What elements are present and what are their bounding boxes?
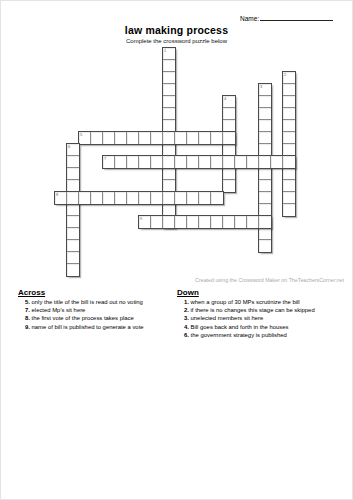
grid-cell-r11-c19[interactable] bbox=[283, 180, 295, 192]
grid-cell-r12-c10[interactable] bbox=[175, 192, 187, 204]
grid-cell-r4-c9[interactable] bbox=[163, 96, 175, 108]
grid-cell-r7-c14[interactable] bbox=[223, 132, 235, 144]
grid-cell-r9-c5[interactable] bbox=[115, 156, 127, 168]
grid-cell-r6-c19[interactable] bbox=[283, 120, 295, 132]
grid-cell-r12-c1[interactable] bbox=[67, 192, 79, 204]
grid-cell-r5-c17[interactable] bbox=[259, 108, 271, 120]
cell-number-5: 5 bbox=[80, 133, 82, 137]
across-header: Across bbox=[18, 288, 173, 298]
grid-cell-r7-c6[interactable] bbox=[127, 132, 139, 144]
word-5-across bbox=[78, 131, 236, 145]
down-clue-list: 1. when a group of 30 MPs scrutinize the… bbox=[177, 298, 349, 339]
page-title: law making process bbox=[0, 24, 353, 36]
cell-number-3: 3 bbox=[260, 85, 262, 89]
grid-cell-r9-c11[interactable] bbox=[187, 156, 199, 168]
grid-cell-r9-c19[interactable] bbox=[283, 156, 295, 168]
grid-cell-r7-c13[interactable] bbox=[211, 132, 223, 144]
grid-cell-r12-c19[interactable] bbox=[283, 192, 295, 204]
clue-item-down-1: 1. when a group of 30 MPs scrutinize the… bbox=[177, 298, 349, 306]
cell-number-9: 9 bbox=[140, 217, 142, 221]
word-7-across bbox=[102, 155, 296, 169]
grid-cell-r12-c8[interactable] bbox=[151, 192, 163, 204]
grid-cell-r16-c1[interactable] bbox=[67, 240, 79, 252]
grid-cell-r12-c4[interactable] bbox=[103, 192, 115, 204]
grid-cell-r4-c17[interactable] bbox=[259, 96, 271, 108]
grid-cell-r5-c14[interactable] bbox=[223, 108, 235, 120]
worksheet-page: Name: law making process Complete the cr… bbox=[0, 0, 353, 500]
grid-cell-r9-c12[interactable] bbox=[199, 156, 211, 168]
grid-cell-r9-c14[interactable] bbox=[223, 156, 235, 168]
grid-cell-r10-c19[interactable] bbox=[283, 168, 295, 180]
clue-item-down-6: 6. the government strategy is published bbox=[177, 331, 349, 339]
grid-cell-r14-c10[interactable] bbox=[175, 216, 187, 228]
grid-cell-r12-c12[interactable] bbox=[199, 192, 211, 204]
grid-cell-r14-c15[interactable] bbox=[235, 216, 247, 228]
clue-item-down-3: 3. unelected members sit here bbox=[177, 314, 349, 322]
grid-cell-r7-c19[interactable] bbox=[283, 132, 295, 144]
grid-cell-r12-c6[interactable] bbox=[127, 192, 139, 204]
grid-cell-r7-c17[interactable] bbox=[259, 132, 271, 144]
grid-cell-r12-c2[interactable] bbox=[79, 192, 91, 204]
cell-number-4: 4 bbox=[224, 97, 226, 101]
cell-number-8: 8 bbox=[56, 193, 58, 197]
down-clues-section: Down 1. when a group of 30 MPs scrutiniz… bbox=[177, 288, 349, 339]
clue-item-down-2: 2. if there is no changes this stage can… bbox=[177, 306, 349, 314]
clue-text: elected Mp's sit here bbox=[32, 307, 86, 313]
clue-text: when a group of 30 MPs scrutinize the bi… bbox=[191, 299, 300, 305]
grid-cell-r18-c1[interactable] bbox=[67, 264, 79, 276]
grid-cell-r9-c16[interactable] bbox=[247, 156, 259, 168]
grid-cell-r7-c7[interactable] bbox=[139, 132, 151, 144]
clue-text: only the title of the bill is read out n… bbox=[32, 299, 143, 305]
grid-cell-r10-c9[interactable] bbox=[163, 168, 175, 180]
grid-cell-r5-c19[interactable] bbox=[283, 108, 295, 120]
grid-cell-r14-c11[interactable] bbox=[187, 216, 199, 228]
grid-cell-r14-c17[interactable] bbox=[259, 216, 271, 228]
grid-cell-r12-c3[interactable] bbox=[91, 192, 103, 204]
grid-cell-r17-c1[interactable] bbox=[67, 252, 79, 264]
grid-cell-r7-c4[interactable] bbox=[103, 132, 115, 144]
grid-cell-r14-c9[interactable] bbox=[163, 216, 175, 228]
grid-cell-r14-c16[interactable] bbox=[247, 216, 259, 228]
clue-text: if there is no changes this stage can be… bbox=[191, 307, 315, 313]
grid-cell-r14-c1[interactable] bbox=[67, 216, 79, 228]
grid-cell-r13-c19[interactable] bbox=[283, 204, 295, 216]
page-subtitle: Complete the crossword puzzle below bbox=[0, 38, 353, 44]
clue-item-down-4: 4. Bill goes back and forth in the house… bbox=[177, 323, 349, 331]
grid-cell-r16-c17[interactable] bbox=[259, 240, 271, 252]
cell-number-2: 2 bbox=[284, 73, 286, 77]
grid-cell-r9-c1[interactable] bbox=[67, 156, 79, 168]
grid-cell-r7-c11[interactable] bbox=[187, 132, 199, 144]
grid-cell-r11-c17[interactable] bbox=[259, 180, 271, 192]
word-9-across bbox=[138, 215, 272, 229]
grid-cell-r9-c10[interactable] bbox=[175, 156, 187, 168]
grid-cell-r7-c5[interactable] bbox=[115, 132, 127, 144]
clue-item-across-5: 5. only the title of the bill is read ou… bbox=[18, 298, 173, 306]
grid-cell-r9-c17[interactable] bbox=[259, 156, 271, 168]
grid-cell-r2-c9[interactable] bbox=[163, 72, 175, 84]
grid-cell-r7-c8[interactable] bbox=[151, 132, 163, 144]
down-header: Down bbox=[177, 288, 349, 298]
clue-text: Bill goes back and forth in the houses bbox=[191, 324, 289, 330]
grid-cell-r3-c19[interactable] bbox=[283, 84, 295, 96]
grid-cell-r7-c12[interactable] bbox=[199, 132, 211, 144]
name-label: Name: bbox=[240, 15, 259, 22]
grid-cell-r7-c3[interactable] bbox=[91, 132, 103, 144]
grid-cell-r10-c17[interactable] bbox=[259, 168, 271, 180]
clue-text: unelected members sit here bbox=[191, 315, 264, 321]
grid-cell-r14-c8[interactable] bbox=[151, 216, 163, 228]
clue-text: name of bill is published to generate a … bbox=[32, 324, 144, 330]
clue-text: the first vote of the process takes plac… bbox=[32, 315, 134, 321]
grid-cell-r11-c14[interactable] bbox=[223, 180, 235, 192]
word-8-across bbox=[54, 191, 224, 205]
grid-cell-r12-c9[interactable] bbox=[163, 192, 175, 204]
grid-cell-r12-c5[interactable] bbox=[115, 192, 127, 204]
grid-cell-r9-c8[interactable] bbox=[151, 156, 163, 168]
clue-text: the government strategy is published bbox=[191, 332, 287, 338]
name-blank-line[interactable] bbox=[260, 13, 333, 21]
grid-cell-r13-c1[interactable] bbox=[67, 204, 79, 216]
grid-cell-r9-c6[interactable] bbox=[127, 156, 139, 168]
cell-number-1: 1 bbox=[164, 49, 166, 53]
grid-cell-r3-c9[interactable] bbox=[163, 84, 175, 96]
grid-cell-r9-c18[interactable] bbox=[271, 156, 283, 168]
grid-cell-r1-c9[interactable] bbox=[163, 60, 175, 72]
grid-cell-r12-c17[interactable] bbox=[259, 192, 271, 204]
grid-cell-r10-c1[interactable] bbox=[67, 168, 79, 180]
cell-number-7: 7 bbox=[104, 157, 106, 161]
word-6-down bbox=[66, 143, 80, 277]
grid-cell-r9-c15[interactable] bbox=[235, 156, 247, 168]
grid-cell-r6-c17[interactable] bbox=[259, 120, 271, 132]
grid-cell-r15-c17[interactable] bbox=[259, 228, 271, 240]
grid-cell-r9-c13[interactable] bbox=[211, 156, 223, 168]
word-2-down bbox=[282, 71, 296, 217]
clue-item-across-8: 8. the first vote of the process takes p… bbox=[18, 314, 173, 322]
grid-cell-r14-c13[interactable] bbox=[211, 216, 223, 228]
credit-line: Created using the Crossword Maker on The… bbox=[195, 277, 344, 283]
grid-cell-r12-c11[interactable] bbox=[187, 192, 199, 204]
grid-cell-r10-c14[interactable] bbox=[223, 168, 235, 180]
clue-item-across-7: 7. elected Mp's sit here bbox=[18, 306, 173, 314]
grid-cell-r4-c19[interactable] bbox=[283, 96, 295, 108]
clue-item-across-9: 9. name of bill is published to generate… bbox=[18, 323, 173, 331]
grid-cell-r14-c12[interactable] bbox=[199, 216, 211, 228]
grid-cell-r14-c14[interactable] bbox=[223, 216, 235, 228]
grid-cell-r12-c13[interactable] bbox=[211, 192, 223, 204]
grid-cell-r7-c9[interactable] bbox=[163, 132, 175, 144]
across-clues-section: Across 5. only the title of the bill is … bbox=[18, 288, 173, 331]
grid-cell-r9-c9[interactable] bbox=[163, 156, 175, 168]
grid-cell-r12-c7[interactable] bbox=[139, 192, 151, 204]
cell-number-6: 6 bbox=[68, 145, 70, 149]
grid-cell-r15-c1[interactable] bbox=[67, 228, 79, 240]
name-field: Name: bbox=[240, 13, 333, 23]
grid-cell-r9-c7[interactable] bbox=[139, 156, 151, 168]
grid-cell-r5-c9[interactable] bbox=[163, 108, 175, 120]
grid-cell-r7-c10[interactable] bbox=[175, 132, 187, 144]
across-clue-list: 5. only the title of the bill is read ou… bbox=[18, 298, 173, 331]
crossword-grid: 123456789 bbox=[55, 48, 295, 276]
